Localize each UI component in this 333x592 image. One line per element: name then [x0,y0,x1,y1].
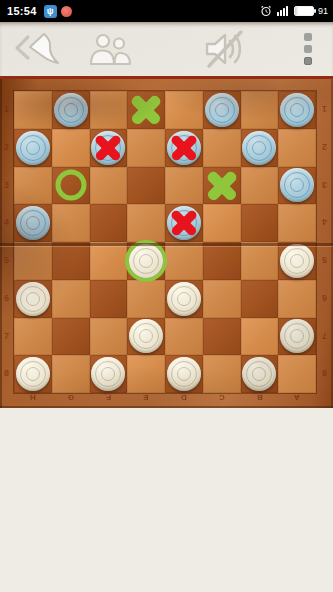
back-button[interactable] [10,22,64,76]
capture-target-x-marker[interactable] [170,210,197,237]
square-r6c3[interactable] [90,280,128,318]
rank-label-right: 2 [322,142,327,152]
square-r1c8[interactable] [278,91,316,129]
blue-piece[interactable] [54,93,88,127]
square-r2c7[interactable] [241,129,279,167]
notification-dot-icon [61,6,72,17]
square-r1c2[interactable] [52,91,90,129]
square-r3c4[interactable] [127,167,165,205]
square-r4c1[interactable] [14,204,52,242]
alarm-clock-icon [260,5,272,17]
square-r3c2[interactable] [52,167,90,205]
square-r8c5[interactable] [165,355,203,393]
square-r4c4 [127,204,165,242]
square-r4c7[interactable] [241,204,279,242]
file-label-bottom: C [203,393,241,402]
square-r3c5 [165,167,203,205]
square-r3c8[interactable] [278,167,316,205]
file-label-bottom: G [52,393,90,402]
two-players-icon [89,33,133,65]
rank-label-right: 3 [322,180,327,190]
square-r7c3 [90,318,128,356]
overflow-menu-button[interactable] [296,22,320,76]
rank-label-right: 5 [322,255,327,265]
board-grid [14,91,316,393]
rank-label-left: 6 [4,293,9,303]
square-r5c1 [14,242,52,280]
players-button[interactable] [84,22,138,76]
square-r5c5 [165,242,203,280]
square-r7c2[interactable] [52,318,90,356]
square-r4c8 [278,204,316,242]
rank-label-left: 3 [4,180,9,190]
app-screen: 15:54 ψ 91 [0,0,333,592]
square-r4c6 [203,204,241,242]
white-piece[interactable] [280,244,314,278]
square-r1c5 [165,91,203,129]
file-label-bottom: A [278,393,316,402]
square-r8c7[interactable] [241,355,279,393]
selected-white-piece[interactable] [129,244,163,278]
square-r1c3 [90,91,128,129]
square-r6c5[interactable] [165,280,203,318]
square-r2c1[interactable] [14,129,52,167]
move-target-ring-marker[interactable] [55,170,86,201]
square-r7c7 [241,318,279,356]
double-back-arrow-icon [13,31,61,67]
blue-piece[interactable] [205,93,239,127]
clock-time: 15:54 [7,5,37,17]
file-label-bottom: E [127,393,165,402]
white-piece[interactable] [242,357,276,391]
capture-target-x-marker[interactable] [95,134,122,161]
square-r2c2 [52,129,90,167]
square-r2c8 [278,129,316,167]
rank-label-left: 8 [4,368,9,378]
square-r1c1 [14,91,52,129]
rank-label-right: 4 [322,217,327,227]
rank-label-left: 2 [4,142,9,152]
file-label-bottom: H [14,393,52,402]
square-r3c3 [90,167,128,205]
file-label-bottom: F [90,393,128,402]
square-r2c5[interactable] [165,129,203,167]
square-r4c2 [52,204,90,242]
white-piece[interactable] [167,282,201,316]
square-r2c4 [127,129,165,167]
toolbar [0,22,333,76]
checkers-board: 1234567812345678HGFEDCBA [0,76,333,408]
battery-percent: 91 [318,6,328,16]
overflow-menu-icon [304,31,312,67]
sound-muted-icon [202,29,248,69]
white-piece[interactable] [16,282,50,316]
square-r8c3[interactable] [90,355,128,393]
white-piece[interactable] [91,357,125,391]
square-r5c8[interactable] [278,242,316,280]
square-r4c3[interactable] [90,204,128,242]
blue-piece[interactable] [242,131,276,165]
square-r4c5[interactable] [165,204,203,242]
rank-label-right: 1 [322,104,327,114]
rank-label-left: 1 [4,104,9,114]
square-r6c1[interactable] [14,280,52,318]
square-r8c6 [203,355,241,393]
rank-label-right: 7 [322,331,327,341]
blue-piece[interactable] [16,131,50,165]
file-label-bottom: D [165,393,203,402]
status-bar-right: 91 [260,5,328,17]
blue-piece[interactable] [280,168,314,202]
rank-label-left: 5 [4,255,9,265]
blue-piece[interactable] [16,206,50,240]
jump-landing-x-marker[interactable] [131,94,162,125]
file-label-bottom: B [241,393,279,402]
white-piece[interactable] [167,357,201,391]
signal-strength-icon [276,6,288,16]
square-r5c6[interactable] [203,242,241,280]
square-r7c1 [14,318,52,356]
square-r5c4[interactable] [127,242,165,280]
square-r2c3[interactable] [90,129,128,167]
square-r5c7 [241,242,279,280]
square-r5c2[interactable] [52,242,90,280]
jump-landing-x-marker[interactable] [206,170,237,201]
square-r7c8[interactable] [278,318,316,356]
square-r8c8 [278,355,316,393]
blue-piece[interactable] [280,93,314,127]
rank-label-right: 6 [322,293,327,303]
sound-mute-button[interactable] [198,22,252,76]
square-r8c1[interactable] [14,355,52,393]
white-piece[interactable] [129,319,163,353]
square-r3c7 [241,167,279,205]
square-r6c2 [52,280,90,318]
capture-target-x-marker[interactable] [170,134,197,161]
square-r2c6 [203,129,241,167]
white-piece[interactable] [280,319,314,353]
square-r1c6[interactable] [203,91,241,129]
square-r1c7 [241,91,279,129]
square-r3c1 [14,167,52,205]
battery-icon [294,6,314,16]
white-piece[interactable] [16,357,50,391]
rank-label-left: 7 [4,331,9,341]
square-r6c7[interactable] [241,280,279,318]
square-r6c4 [127,280,165,318]
square-r6c6 [203,280,241,318]
square-r8c4 [127,355,165,393]
square-r7c6[interactable] [203,318,241,356]
rank-label-right: 8 [322,368,327,378]
square-r8c2 [52,355,90,393]
square-r6c8 [278,280,316,318]
usb-icon: ψ [44,5,57,18]
square-r3c6[interactable] [203,167,241,205]
rank-label-left: 4 [4,217,9,227]
square-r7c4[interactable] [127,318,165,356]
square-r7c5 [165,318,203,356]
status-bar: 15:54 ψ 91 [0,0,333,22]
square-r5c3 [90,242,128,280]
square-r1c4[interactable] [127,91,165,129]
